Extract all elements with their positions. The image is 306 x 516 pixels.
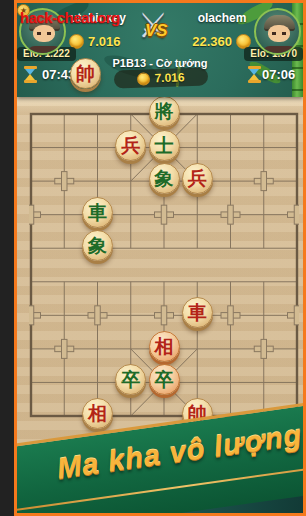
piece-red-chariot[interactable]: 車 bbox=[182, 297, 213, 328]
board-point: 卒 bbox=[114, 366, 147, 400]
coin-icon bbox=[137, 72, 150, 85]
avatar-eyes bbox=[37, 32, 51, 35]
avatar-eyes bbox=[272, 32, 286, 35]
player-right-timer: 07:06 bbox=[262, 67, 300, 82]
board-point: 卒 bbox=[147, 366, 180, 400]
player-right-avatar[interactable] bbox=[254, 8, 301, 55]
piece-black-elephant[interactable]: 象 bbox=[82, 230, 113, 261]
piece-red-soldier[interactable]: 兵 bbox=[182, 163, 213, 194]
piece-red-elephant[interactable]: 相 bbox=[82, 398, 113, 429]
board-point: 象 bbox=[147, 165, 180, 199]
board-point: 車 bbox=[81, 198, 114, 232]
board-grid[interactable]: 將兵士象兵車象車相卒卒相帥 bbox=[14, 98, 306, 433]
pot-value: 7.016 bbox=[154, 70, 185, 85]
watermark-text: hack-cheat.org bbox=[20, 9, 120, 26]
piece-black-elephant[interactable]: 象 bbox=[149, 163, 180, 194]
board-point: 相 bbox=[81, 400, 114, 434]
piece-black-chariot[interactable]: 車 bbox=[82, 197, 113, 228]
app-screen: ★ utchinxey 7.016 Elo: 1.222 ⚔ VS olache… bbox=[14, 0, 306, 516]
player-right-coins-value: 22.360 bbox=[192, 34, 232, 49]
pot-strip: 7.016 bbox=[114, 67, 209, 88]
player-left-coins: 7.016 bbox=[69, 34, 121, 49]
piece-black-soldier[interactable]: 卒 bbox=[149, 364, 180, 395]
board-point: 象 bbox=[81, 232, 114, 266]
board-point: 車 bbox=[181, 299, 214, 333]
piece-red-elephant[interactable]: 相 bbox=[149, 331, 180, 362]
piece-red-soldier[interactable]: 兵 bbox=[115, 130, 146, 161]
piece-black-general[interactable]: 將 bbox=[149, 96, 180, 127]
board-point: 兵 bbox=[114, 131, 147, 165]
piece-black-advisor[interactable]: 士 bbox=[149, 130, 180, 161]
piece-black-soldier[interactable]: 卒 bbox=[115, 364, 146, 395]
board-point: 相 bbox=[147, 333, 180, 367]
hourglass-icon bbox=[248, 66, 261, 83]
player-left-coins-value: 7.016 bbox=[88, 34, 121, 49]
vs-label: VS bbox=[145, 21, 168, 41]
board-point: 士 bbox=[147, 131, 180, 165]
player-right-name: olachem bbox=[187, 11, 257, 25]
player-right-coins: 22.360 bbox=[192, 34, 251, 49]
vs-emblem: ⚔ VS bbox=[136, 7, 186, 53]
board-point: 兵 bbox=[181, 165, 214, 199]
red-general-turn-indicator: 帥 bbox=[70, 58, 101, 89]
board-point: 將 bbox=[147, 98, 180, 132]
